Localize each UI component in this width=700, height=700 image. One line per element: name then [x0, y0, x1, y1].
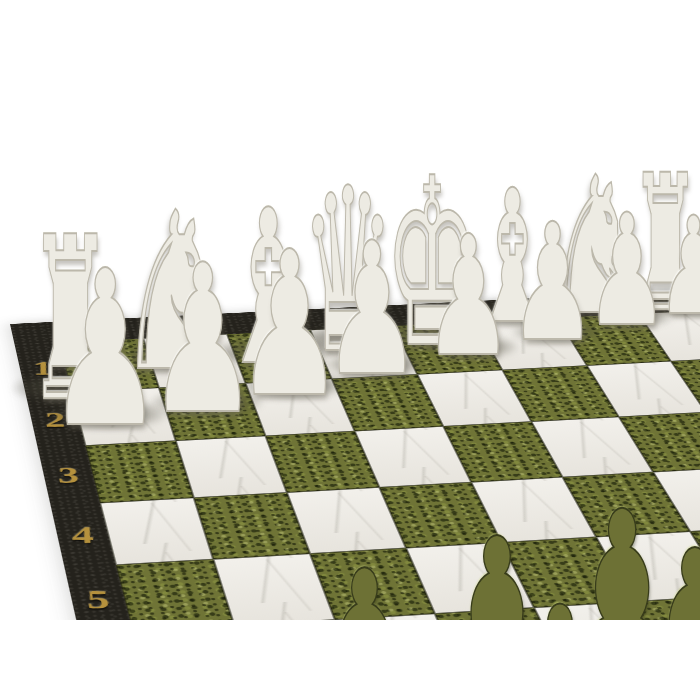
- rank-label-5: 5: [73, 566, 125, 620]
- rank-label-4: 4: [59, 504, 108, 566]
- pawn-glyph: ♟: [423, 214, 512, 380]
- pawn-glyph: ♟: [509, 202, 596, 364]
- pawn-glyph: ♟: [586, 194, 669, 348]
- pawn-glyph: ♟: [491, 575, 630, 620]
- pawn-glyph: ♟: [293, 537, 438, 620]
- pawn-glyph: ♟: [620, 516, 700, 620]
- product-photo-canvas: 12345 ♜♞♟♝♟♟♚♛♟♝♞♟♟♜♟♟♟♟♟♟♟: [0, 0, 700, 700]
- photo-area: 12345 ♜♞♟♝♟♟♚♛♟♝♞♟♟♜♟♟♟♟♟♟♟: [0, 0, 700, 620]
- pawn-glyph: ♟: [148, 238, 258, 443]
- pawn-glyph: ♟: [47, 242, 163, 457]
